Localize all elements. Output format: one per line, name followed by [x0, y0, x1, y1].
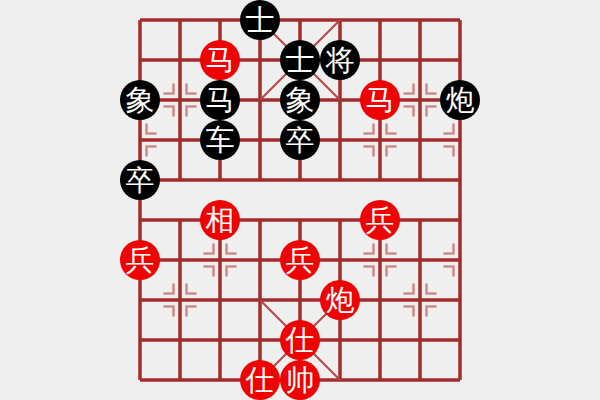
piece-black-chariot[interactable]: 车	[200, 120, 240, 160]
piece-red-cannon[interactable]: 炮	[320, 280, 360, 320]
piece-red-pawn[interactable]: 兵	[360, 200, 400, 240]
piece-black-cannon[interactable]: 炮	[440, 80, 480, 120]
piece-red-elephant[interactable]: 相	[200, 200, 240, 240]
piece-red-horse[interactable]: 马	[200, 40, 240, 80]
piece-black-advisor[interactable]: 士	[280, 40, 320, 80]
pieces-layer: 士马士将象马象马炮车卒卒相兵兵兵炮仕仕帅	[140, 20, 460, 380]
piece-black-advisor[interactable]: 士	[240, 0, 280, 40]
xiangqi-app: 士马士将象马象马炮车卒卒相兵兵兵炮仕仕帅	[0, 0, 600, 400]
piece-black-horse[interactable]: 马	[200, 80, 240, 120]
piece-red-pawn[interactable]: 兵	[120, 240, 160, 280]
piece-red-advisor[interactable]: 仕	[280, 320, 320, 360]
xiangqi-board: 士马士将象马象马炮车卒卒相兵兵兵炮仕仕帅	[140, 20, 460, 380]
piece-black-king[interactable]: 将	[320, 40, 360, 80]
piece-black-pawn[interactable]: 卒	[280, 120, 320, 160]
piece-black-elephant[interactable]: 象	[120, 80, 160, 120]
piece-red-horse[interactable]: 马	[360, 80, 400, 120]
piece-red-pawn[interactable]: 兵	[280, 240, 320, 280]
piece-red-advisor[interactable]: 仕	[240, 360, 280, 400]
piece-red-king[interactable]: 帅	[280, 360, 320, 400]
piece-black-pawn[interactable]: 卒	[120, 160, 160, 200]
screenshot-root: { "game": "xiangqi", "position": { "fen"…	[0, 0, 600, 400]
piece-black-elephant[interactable]: 象	[280, 80, 320, 120]
